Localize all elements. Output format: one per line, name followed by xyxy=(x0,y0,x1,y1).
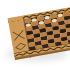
product-photo: ●●●●●●●●●●●●●●●●● xyxy=(0,0,70,70)
wooden-board: ●●●●●●●●●●●●●●●●● xyxy=(8,6,70,60)
